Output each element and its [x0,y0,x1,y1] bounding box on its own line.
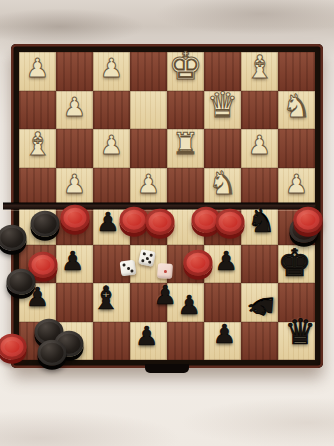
white-pawn-piece: ♟ [248,132,271,158]
red-checker [60,205,89,231]
white-pawn-piece: ♟ [26,55,49,81]
white-pawn-piece: ♟ [137,171,160,197]
white-queen-piece: ♛ [207,88,238,123]
red-checker [184,249,213,275]
white-bishop-piece: ♝ [23,128,52,160]
black-pawn-piece: ♟ [213,321,236,347]
board-latch [145,364,189,373]
black-king-piece: ♚ [278,244,312,282]
red-checker [293,206,322,232]
white-pawn-piece: ♟ [100,55,123,81]
black-pawn-piece: ♟ [26,284,49,310]
white-knight-piece: ♞ [208,167,237,199]
bedsheet-fold-shadow-bottom [0,368,334,446]
bedsheet-fold-shadow-top [0,0,334,46]
white-pawn-piece: ♟ [100,132,123,158]
black-checker [0,224,26,250]
black-pawn-piece: ♟ [96,209,119,235]
black-bishop-piece: ♝ [92,282,121,314]
white-knight-piece: ♞ [282,90,311,122]
white-rook-piece: ♜ [172,130,199,160]
die-pink-1 [157,263,173,279]
black-pawn-piece: ♟ [61,248,84,274]
black-knight-piece: ♞ [247,205,276,237]
black-knight-piece: ♞ [244,290,278,321]
black-pawn-piece: ♟ [215,248,238,274]
black-pawn-piece: ♟ [153,282,176,308]
black-checker [38,340,67,366]
black-pawn-piece: ♟ [135,323,158,349]
white-pawn-piece: ♟ [63,94,86,120]
white-bishop-piece: ♝ [245,51,274,83]
white-king-piece: ♚ [168,48,202,86]
white-pawn-piece: ♟ [63,171,86,197]
black-queen-piece: ♛ [284,315,315,350]
board-frame: ♟♟♚♝♟♛♞♝♟♜♟♟♟♞♟♟♞♟♟♚♟♝♟♟♞♟♟♛ [11,44,323,368]
die-white-5 [138,249,156,267]
scene: ♟♟♚♝♟♛♞♝♟♜♟♟♟♞♟♟♞♟♟♚♟♝♟♟♞♟♟♛ [0,0,334,446]
red-checker [145,209,174,235]
white-pawn-piece: ♟ [285,171,308,197]
black-pawn-piece: ♟ [178,292,201,318]
red-checker [119,207,148,233]
black-checker [30,211,59,237]
red-checker [215,209,244,235]
red-checker [0,334,26,360]
die-white-3 [120,259,137,276]
